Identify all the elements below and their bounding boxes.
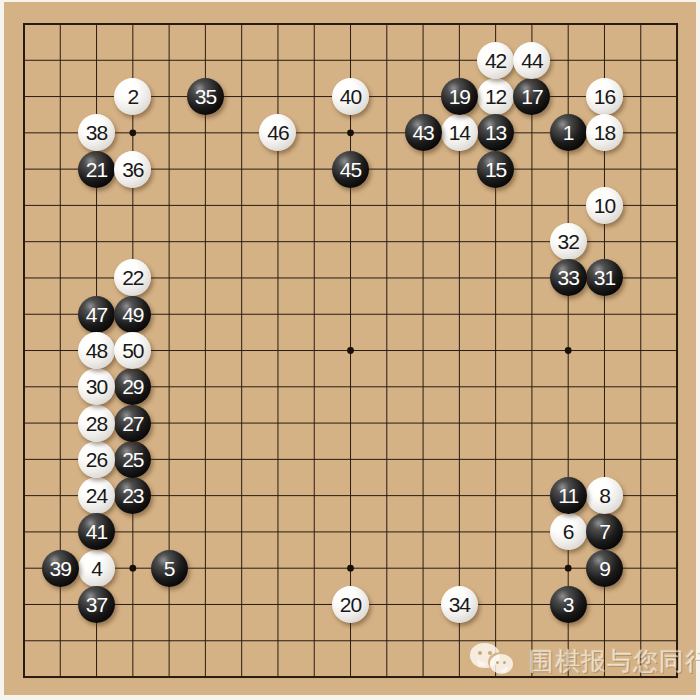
move-number: 27	[122, 405, 143, 442]
move-number: 29	[122, 368, 143, 405]
move-number: 32	[558, 223, 579, 260]
stone-16-white[interactable]: 16	[586, 78, 623, 115]
stone-44-white[interactable]: 44	[513, 42, 550, 79]
move-number: 14	[449, 114, 470, 151]
stone-19-black[interactable]: 19	[441, 78, 478, 115]
stone-22-white[interactable]: 22	[114, 259, 151, 296]
move-number: 15	[485, 151, 506, 188]
move-number: 16	[594, 78, 615, 115]
stone-12-white[interactable]: 12	[477, 78, 514, 115]
stone-7-black[interactable]: 7	[586, 513, 623, 550]
move-number: 2	[127, 78, 138, 115]
move-number: 26	[86, 441, 107, 478]
move-number: 1	[563, 114, 574, 151]
stone-49-black[interactable]: 49	[114, 296, 151, 333]
move-number: 39	[50, 550, 71, 587]
move-number: 44	[521, 42, 542, 79]
stone-27-black[interactable]: 27	[114, 405, 151, 442]
stone-34-white[interactable]: 34	[441, 586, 478, 623]
stone-26-white[interactable]: 26	[78, 441, 115, 478]
move-number: 25	[122, 441, 143, 478]
stone-37-black[interactable]: 37	[78, 586, 115, 623]
stone-50-white[interactable]: 50	[114, 332, 151, 369]
move-number: 46	[267, 114, 288, 151]
move-number: 47	[86, 296, 107, 333]
stone-1-black[interactable]: 1	[550, 114, 587, 151]
move-number: 40	[340, 78, 361, 115]
stone-36-white[interactable]: 36	[114, 151, 151, 188]
stone-9-black[interactable]: 9	[586, 550, 623, 587]
stone-38-white[interactable]: 38	[78, 114, 115, 151]
stone-40-white[interactable]: 40	[332, 78, 369, 115]
stones-layer: 1234567891011121314151617181920212223242…	[0, 0, 700, 700]
move-number: 9	[599, 550, 610, 587]
move-number: 21	[86, 151, 107, 188]
move-number: 42	[485, 42, 506, 79]
stone-5-black[interactable]: 5	[151, 550, 188, 587]
stone-8-white[interactable]: 8	[586, 477, 623, 514]
stone-13-black[interactable]: 13	[477, 114, 514, 151]
stone-39-black[interactable]: 39	[42, 550, 79, 587]
stone-42-white[interactable]: 42	[477, 42, 514, 79]
stone-41-black[interactable]: 41	[78, 513, 115, 550]
move-number: 41	[86, 513, 107, 550]
stone-23-black[interactable]: 23	[114, 477, 151, 514]
stone-3-black[interactable]: 3	[550, 586, 587, 623]
move-number: 50	[122, 332, 143, 369]
stone-32-white[interactable]: 32	[550, 223, 587, 260]
move-number: 35	[195, 78, 216, 115]
move-number: 28	[86, 405, 107, 442]
move-number: 23	[122, 477, 143, 514]
move-number: 45	[340, 151, 361, 188]
move-number: 48	[86, 332, 107, 369]
stone-6-white[interactable]: 6	[550, 513, 587, 550]
stone-28-white[interactable]: 28	[78, 405, 115, 442]
move-number: 36	[122, 151, 143, 188]
stone-11-black[interactable]: 11	[550, 477, 587, 514]
move-number: 7	[599, 513, 610, 550]
stone-48-white[interactable]: 48	[78, 332, 115, 369]
stone-10-white[interactable]: 10	[586, 187, 623, 224]
stone-4-white[interactable]: 4	[78, 550, 115, 587]
stone-35-black[interactable]: 35	[187, 78, 224, 115]
stone-30-white[interactable]: 30	[78, 368, 115, 405]
stone-24-white[interactable]: 24	[78, 477, 115, 514]
move-number: 31	[594, 259, 615, 296]
move-number: 30	[86, 368, 107, 405]
move-number: 3	[563, 586, 574, 623]
stone-46-white[interactable]: 46	[259, 114, 296, 151]
stone-20-white[interactable]: 20	[332, 586, 369, 623]
move-number: 34	[449, 586, 470, 623]
stone-14-white[interactable]: 14	[441, 114, 478, 151]
move-number: 33	[558, 259, 579, 296]
stone-2-white[interactable]: 2	[114, 78, 151, 115]
stone-31-black[interactable]: 31	[586, 259, 623, 296]
move-number: 38	[86, 114, 107, 151]
move-number: 8	[599, 477, 610, 514]
move-number: 11	[558, 477, 578, 514]
stone-43-black[interactable]: 43	[405, 114, 442, 151]
stone-25-black[interactable]: 25	[114, 441, 151, 478]
stone-29-black[interactable]: 29	[114, 368, 151, 405]
stone-45-black[interactable]: 45	[332, 151, 369, 188]
move-number: 22	[122, 259, 143, 296]
move-number: 13	[485, 114, 506, 151]
move-number: 10	[594, 187, 615, 224]
move-number: 12	[485, 78, 506, 115]
move-number: 37	[86, 586, 107, 623]
stone-15-black[interactable]: 15	[477, 151, 514, 188]
move-number: 4	[91, 550, 102, 587]
move-number: 5	[164, 550, 175, 587]
move-number: 18	[594, 114, 615, 151]
stone-17-black[interactable]: 17	[513, 78, 550, 115]
move-number: 6	[563, 513, 574, 550]
move-number: 43	[412, 114, 433, 151]
move-number: 20	[340, 586, 361, 623]
move-number: 24	[86, 477, 107, 514]
stone-47-black[interactable]: 47	[78, 296, 115, 333]
stone-33-black[interactable]: 33	[550, 259, 587, 296]
stone-18-white[interactable]: 18	[586, 114, 623, 151]
move-number: 19	[449, 78, 470, 115]
move-number: 49	[122, 296, 143, 333]
stone-21-black[interactable]: 21	[78, 151, 115, 188]
move-number: 17	[521, 78, 542, 115]
